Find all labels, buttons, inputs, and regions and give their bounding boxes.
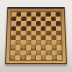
light-man-piece[interactable]: ●	[41, 55, 46, 60]
dark-man-piece[interactable]: ●	[21, 26, 26, 30]
dark-square[interactable]: ●	[56, 21, 61, 26]
dark-square[interactable]: ●	[41, 26, 46, 31]
light-square[interactable]	[57, 55, 62, 60]
dark-square[interactable]: ●	[10, 55, 15, 60]
draughts-board: ●●●●●●●●●●●●●●●●●●●●●●●●●●●●●●●●●●●●●●●●	[5, 7, 67, 64]
dark-man-piece[interactable]: ●	[55, 12, 60, 16]
board-grid: ●●●●●●●●●●●●●●●●●●●●●●●●●●●●●●●●●●●●●●●●	[9, 11, 63, 61]
light-man-piece[interactable]: ●	[56, 50, 61, 55]
dark-square[interactable]: ●	[21, 26, 26, 31]
dark-man-piece[interactable]: ●	[56, 21, 61, 25]
dark-man-piece[interactable]: ●	[31, 26, 36, 30]
light-man-piece[interactable]: ●	[20, 55, 25, 60]
light-man-piece[interactable]: ●	[36, 50, 41, 55]
dark-square[interactable]: ●	[20, 55, 25, 60]
light-man-piece[interactable]: ●	[51, 55, 56, 60]
dark-square[interactable]: ●	[41, 55, 46, 60]
light-man-piece[interactable]: ●	[15, 50, 20, 55]
dark-square[interactable]: ●	[31, 26, 36, 31]
dark-square[interactable]: ●	[51, 55, 56, 60]
light-man-piece[interactable]: ●	[26, 50, 31, 55]
dark-square[interactable]: ●	[56, 40, 61, 45]
light-man-piece[interactable]: ●	[31, 55, 36, 60]
dark-man-piece[interactable]: ●	[11, 26, 16, 30]
dark-square[interactable]: ●	[31, 55, 36, 60]
light-man-piece[interactable]: ●	[46, 50, 51, 55]
dark-man-piece[interactable]: ●	[41, 26, 46, 30]
dark-square[interactable]: ●	[55, 12, 60, 17]
dark-man-piece[interactable]: ●	[51, 26, 56, 30]
dark-square[interactable]: ●	[56, 50, 61, 55]
photo-background: ●●●●●●●●●●●●●●●●●●●●●●●●●●●●●●●●●●●●●●●●	[0, 0, 72, 72]
light-man-piece[interactable]: ●	[56, 40, 61, 45]
dark-square[interactable]: ●	[51, 26, 56, 31]
light-man-piece[interactable]: ●	[10, 55, 15, 60]
dark-square[interactable]: ●	[11, 26, 16, 31]
